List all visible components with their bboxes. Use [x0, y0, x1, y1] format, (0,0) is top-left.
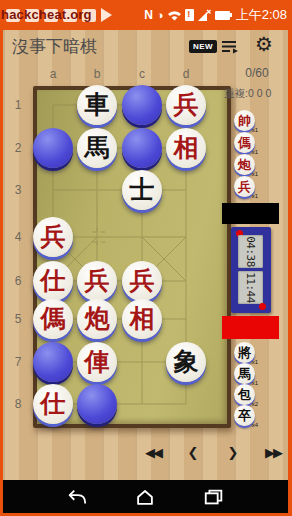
timer-display-top: 04:38 [238, 235, 263, 268]
piece-炮[interactable]: 炮 [77, 299, 117, 339]
new-badge[interactable]: NEW [189, 40, 217, 53]
status-time: 上午2:08 [236, 6, 287, 24]
captured-piece-炮: 炮x1 [234, 154, 255, 175]
captured-piece-兵: 兵x1 [234, 176, 255, 197]
app-background: 沒事下暗棋 NEW ⚙ abcd 12346578 車兵馬相士兵仕兵兵傌炮相俥象… [3, 30, 288, 480]
sim-alert-icon [185, 9, 194, 21]
screen: { "game": "暗棋 Banqi (Chinese dark chess)… [0, 0, 292, 516]
hidden-piece[interactable] [33, 342, 73, 382]
piece-俥[interactable]: 俥 [77, 342, 117, 382]
piece-兵[interactable]: 兵 [33, 217, 73, 257]
playlist-icon[interactable] [222, 40, 240, 54]
hidden-piece[interactable] [33, 128, 73, 168]
play-notification-icon [101, 8, 112, 22]
wifi-icon [168, 10, 181, 21]
recents-icon[interactable] [201, 487, 227, 507]
captured-piece-帥: 帥x1 [234, 110, 255, 131]
piece-仕[interactable]: 仕 [33, 384, 73, 424]
column-label: b [89, 67, 105, 81]
game-board: 車兵馬相士兵仕兵兵傌炮相俥象仕 [33, 86, 231, 428]
row-label: 8 [10, 397, 26, 411]
piece-象[interactable]: 象 [166, 342, 206, 382]
piece-兵[interactable]: 兵 [77, 261, 117, 301]
fast-rewind-button[interactable]: ◀◀ [138, 444, 168, 462]
data-saver-icon: ◑ [157, 9, 164, 21]
row-label: 2 [10, 141, 26, 155]
board-surface: 車兵馬相士兵仕兵兵傌炮相俥象仕 [37, 90, 227, 424]
piece-馬[interactable]: 馬 [77, 128, 117, 168]
piece-兵[interactable]: 兵 [166, 85, 206, 125]
timer-panel: 04:38 11:44 [231, 227, 271, 313]
piece-仕[interactable]: 仕 [33, 261, 73, 301]
piece-相[interactable]: 相 [166, 128, 206, 168]
hidden-piece[interactable] [122, 128, 162, 168]
battery-icon [215, 11, 230, 20]
row-label: 4 [10, 230, 26, 244]
fast-forward-button[interactable]: ▶▶ [258, 444, 288, 462]
piece-傌[interactable]: 傌 [33, 299, 73, 339]
watermark-text: hackcheat.org [1, 7, 92, 22]
row-label: 1 [10, 98, 26, 112]
column-label: a [45, 67, 61, 81]
nfc-n-icon: N [144, 8, 153, 22]
row-label: 7 [10, 355, 26, 369]
timer-display-bottom: 11:44 [238, 271, 263, 304]
captured-piece-馬: 馬x1 [234, 363, 255, 384]
piece-兵[interactable]: 兵 [122, 261, 162, 301]
captured-piece-包: 包x2 [234, 384, 255, 405]
column-label: d [178, 67, 194, 81]
black-player-banner [222, 203, 279, 224]
move-counter: 0/60 [227, 66, 287, 80]
row-label: 5 [10, 312, 26, 326]
piece-士[interactable]: 士 [122, 170, 162, 210]
step-forward-button[interactable]: ❯ [217, 444, 247, 462]
captured-piece-將: 將x1 [234, 342, 255, 363]
column-label: c [134, 67, 150, 81]
captured-piece-卒: 卒x4 [234, 405, 255, 426]
captured-piece-傌: 傌x1 [234, 132, 255, 153]
piece-相[interactable]: 相 [122, 299, 162, 339]
back-icon[interactable] [64, 487, 90, 507]
home-icon[interactable] [132, 487, 158, 507]
signal-x-icon [198, 9, 211, 21]
android-nav-bar [3, 480, 288, 513]
status-bar: hackcheat.org N ◑ 上午2:08 [0, 0, 292, 30]
row-label: 3 [10, 183, 26, 197]
piece-車[interactable]: 車 [77, 85, 117, 125]
page-title: 沒事下暗棋 [12, 35, 97, 58]
settings-gear-icon[interactable]: ⚙ [255, 32, 273, 56]
repeat-counter: 重複:0 0 0 [224, 87, 290, 101]
red-player-banner [222, 316, 279, 339]
hidden-piece[interactable] [122, 85, 162, 125]
step-back-button[interactable]: ❮ [177, 444, 207, 462]
turn-dot-bottom [259, 303, 266, 310]
row-label: 6 [10, 274, 26, 288]
hidden-piece[interactable] [77, 384, 117, 424]
